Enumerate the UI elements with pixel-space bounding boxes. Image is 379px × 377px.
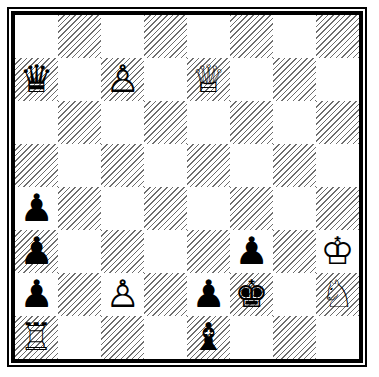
black-pawn: ♟ <box>15 187 58 230</box>
square-b8[interactable] <box>58 15 101 58</box>
white-rook: ♖ <box>15 316 58 359</box>
square-g1[interactable] <box>273 316 316 359</box>
square-a5[interactable] <box>15 144 58 187</box>
square-f7[interactable] <box>230 58 273 101</box>
square-g7[interactable] <box>273 58 316 101</box>
square-d2[interactable] <box>144 273 187 316</box>
square-d7[interactable] <box>144 58 187 101</box>
square-d6[interactable] <box>144 101 187 144</box>
black-bishop: ♝ <box>187 316 230 359</box>
square-g3[interactable] <box>273 230 316 273</box>
chess-diagram: ♛♙♕♟♟♟♔♟♙♟♚♘♖♝ <box>7 7 367 367</box>
square-f4[interactable] <box>230 187 273 230</box>
square-h8[interactable] <box>316 15 359 58</box>
black-king: ♚ <box>230 273 273 316</box>
square-b2[interactable] <box>58 273 101 316</box>
square-c4[interactable] <box>101 187 144 230</box>
square-b6[interactable] <box>58 101 101 144</box>
square-h6[interactable] <box>316 101 359 144</box>
square-c8[interactable] <box>101 15 144 58</box>
square-b7[interactable] <box>58 58 101 101</box>
square-h2[interactable]: ♘ <box>316 273 359 316</box>
square-d5[interactable] <box>144 144 187 187</box>
square-e4[interactable] <box>187 187 230 230</box>
white-queen: ♕ <box>187 58 230 101</box>
chess-board: ♛♙♕♟♟♟♔♟♙♟♚♘♖♝ <box>15 15 359 359</box>
square-f1[interactable] <box>230 316 273 359</box>
square-a1[interactable]: ♖ <box>15 316 58 359</box>
square-g8[interactable] <box>273 15 316 58</box>
square-f3[interactable]: ♟ <box>230 230 273 273</box>
square-e1[interactable]: ♝ <box>187 316 230 359</box>
square-c3[interactable] <box>101 230 144 273</box>
square-g6[interactable] <box>273 101 316 144</box>
square-d8[interactable] <box>144 15 187 58</box>
square-d4[interactable] <box>144 187 187 230</box>
square-g4[interactable] <box>273 187 316 230</box>
square-f8[interactable] <box>230 15 273 58</box>
black-pawn: ♟ <box>230 230 273 273</box>
square-c7[interactable]: ♙ <box>101 58 144 101</box>
square-h7[interactable] <box>316 58 359 101</box>
square-h4[interactable] <box>316 187 359 230</box>
square-e3[interactable] <box>187 230 230 273</box>
square-h5[interactable] <box>316 144 359 187</box>
square-g5[interactable] <box>273 144 316 187</box>
white-pawn: ♙ <box>101 58 144 101</box>
black-pawn: ♟ <box>187 273 230 316</box>
black-queen: ♛ <box>15 58 58 101</box>
square-a6[interactable] <box>15 101 58 144</box>
square-f5[interactable] <box>230 144 273 187</box>
square-c6[interactable] <box>101 101 144 144</box>
square-e7[interactable]: ♕ <box>187 58 230 101</box>
square-a3[interactable]: ♟ <box>15 230 58 273</box>
white-king: ♔ <box>316 230 359 273</box>
square-b5[interactable] <box>58 144 101 187</box>
square-a8[interactable] <box>15 15 58 58</box>
square-a4[interactable]: ♟ <box>15 187 58 230</box>
square-a2[interactable]: ♟ <box>15 273 58 316</box>
black-pawn: ♟ <box>15 273 58 316</box>
square-b4[interactable] <box>58 187 101 230</box>
square-e5[interactable] <box>187 144 230 187</box>
square-c1[interactable] <box>101 316 144 359</box>
square-f2[interactable]: ♚ <box>230 273 273 316</box>
square-d1[interactable] <box>144 316 187 359</box>
square-c5[interactable] <box>101 144 144 187</box>
white-pawn: ♙ <box>101 273 144 316</box>
board-outer-frame: ♛♙♕♟♟♟♔♟♙♟♚♘♖♝ <box>7 7 367 367</box>
square-e6[interactable] <box>187 101 230 144</box>
board-inner-frame: ♛♙♕♟♟♟♔♟♙♟♚♘♖♝ <box>11 11 363 363</box>
square-d3[interactable] <box>144 230 187 273</box>
square-a7[interactable]: ♛ <box>15 58 58 101</box>
square-e8[interactable] <box>187 15 230 58</box>
white-knight: ♘ <box>316 273 359 316</box>
square-h3[interactable]: ♔ <box>316 230 359 273</box>
square-c2[interactable]: ♙ <box>101 273 144 316</box>
black-pawn: ♟ <box>15 230 58 273</box>
square-h1[interactable] <box>316 316 359 359</box>
square-b1[interactable] <box>58 316 101 359</box>
square-b3[interactable] <box>58 230 101 273</box>
square-g2[interactable] <box>273 273 316 316</box>
square-e2[interactable]: ♟ <box>187 273 230 316</box>
square-f6[interactable] <box>230 101 273 144</box>
